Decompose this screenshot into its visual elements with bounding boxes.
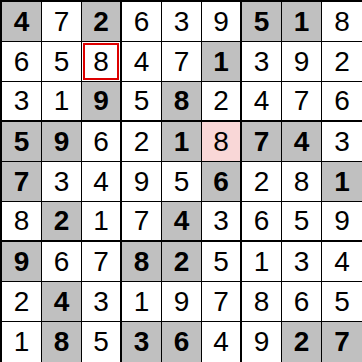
cell-r4c3[interactable]: 6 — [82, 122, 122, 162]
cell-r1c5[interactable]: 3 — [162, 2, 202, 42]
sudoku-grid: 4726395186584713923195824765962187437349… — [0, 0, 362, 362]
cell-r7c4[interactable]: 8 — [122, 242, 162, 282]
cell-r8c1[interactable]: 2 — [2, 282, 42, 322]
cell-r7c7[interactable]: 1 — [242, 242, 282, 282]
cell-r2c4[interactable]: 4 — [122, 42, 162, 82]
cell-r4c7[interactable]: 7 — [242, 122, 282, 162]
cell-r1c3[interactable]: 2 — [82, 2, 122, 42]
cell-r9c6[interactable]: 4 — [202, 322, 242, 362]
cell-r6c4[interactable]: 7 — [122, 202, 162, 242]
cell-r5c7[interactable]: 2 — [242, 162, 282, 202]
cell-r8c8[interactable]: 6 — [282, 282, 322, 322]
cell-r7c9[interactable]: 4 — [322, 242, 362, 282]
cell-r2c2[interactable]: 5 — [42, 42, 82, 82]
cell-r3c8[interactable]: 7 — [282, 82, 322, 122]
cell-r4c8[interactable]: 4 — [282, 122, 322, 162]
cell-r1c7[interactable]: 5 — [242, 2, 282, 42]
cell-r9c7[interactable]: 9 — [242, 322, 282, 362]
cell-r3c3[interactable]: 9 — [82, 82, 122, 122]
cell-r5c1[interactable]: 7 — [2, 162, 42, 202]
cell-r7c8[interactable]: 3 — [282, 242, 322, 282]
cell-r7c1[interactable]: 9 — [2, 242, 42, 282]
cell-r4c6[interactable]: 8 — [202, 122, 242, 162]
cell-r9c4[interactable]: 3 — [122, 322, 162, 362]
cell-r7c6[interactable]: 5 — [202, 242, 242, 282]
cell-r9c3[interactable]: 5 — [82, 322, 122, 362]
cell-r6c3[interactable]: 1 — [82, 202, 122, 242]
cell-r9c5[interactable]: 6 — [162, 322, 202, 362]
cell-r3c6[interactable]: 2 — [202, 82, 242, 122]
cell-r6c9[interactable]: 9 — [322, 202, 362, 242]
cell-r4c9[interactable]: 3 — [322, 122, 362, 162]
cell-r3c1[interactable]: 3 — [2, 82, 42, 122]
cell-r4c5[interactable]: 1 — [162, 122, 202, 162]
cell-r8c7[interactable]: 8 — [242, 282, 282, 322]
cell-r3c9[interactable]: 6 — [322, 82, 362, 122]
cell-r1c4[interactable]: 6 — [122, 2, 162, 42]
cell-r7c3[interactable]: 7 — [82, 242, 122, 282]
cell-r2c6[interactable]: 1 — [202, 42, 242, 82]
cell-r8c5[interactable]: 9 — [162, 282, 202, 322]
cell-r1c2[interactable]: 7 — [42, 2, 82, 42]
cell-r9c8[interactable]: 2 — [282, 322, 322, 362]
cell-r7c5[interactable]: 2 — [162, 242, 202, 282]
cell-r5c6[interactable]: 6 — [202, 162, 242, 202]
cell-r2c1[interactable]: 6 — [2, 42, 42, 82]
cell-r5c4[interactable]: 9 — [122, 162, 162, 202]
cell-r2c5[interactable]: 7 — [162, 42, 202, 82]
cell-r1c9[interactable]: 8 — [322, 2, 362, 42]
cell-r8c3[interactable]: 3 — [82, 282, 122, 322]
cell-r5c5[interactable]: 5 — [162, 162, 202, 202]
cell-r6c1[interactable]: 8 — [2, 202, 42, 242]
cell-r2c8[interactable]: 9 — [282, 42, 322, 82]
cell-r2c3[interactable]: 8 — [82, 42, 122, 82]
cell-r5c2[interactable]: 3 — [42, 162, 82, 202]
cell-r4c2[interactable]: 9 — [42, 122, 82, 162]
cell-r8c9[interactable]: 5 — [322, 282, 362, 322]
cell-r5c9[interactable]: 1 — [322, 162, 362, 202]
cell-r1c8[interactable]: 1 — [282, 2, 322, 42]
cell-r4c4[interactable]: 2 — [122, 122, 162, 162]
cell-r9c2[interactable]: 8 — [42, 322, 82, 362]
cell-r3c4[interactable]: 5 — [122, 82, 162, 122]
cell-r4c1[interactable]: 5 — [2, 122, 42, 162]
cell-r6c5[interactable]: 4 — [162, 202, 202, 242]
cell-r5c8[interactable]: 8 — [282, 162, 322, 202]
cell-r9c1[interactable]: 1 — [2, 322, 42, 362]
cell-r6c2[interactable]: 2 — [42, 202, 82, 242]
cell-r2c9[interactable]: 2 — [322, 42, 362, 82]
cell-r5c3[interactable]: 4 — [82, 162, 122, 202]
cell-r6c8[interactable]: 5 — [282, 202, 322, 242]
cell-r3c5[interactable]: 8 — [162, 82, 202, 122]
cell-r9c9[interactable]: 7 — [322, 322, 362, 362]
cell-r3c7[interactable]: 4 — [242, 82, 282, 122]
cell-r6c7[interactable]: 6 — [242, 202, 282, 242]
cell-r1c1[interactable]: 4 — [2, 2, 42, 42]
cell-r6c6[interactable]: 3 — [202, 202, 242, 242]
cell-r8c6[interactable]: 7 — [202, 282, 242, 322]
cell-r7c2[interactable]: 6 — [42, 242, 82, 282]
cell-r8c2[interactable]: 4 — [42, 282, 82, 322]
cell-r3c2[interactable]: 1 — [42, 82, 82, 122]
cell-r1c6[interactable]: 9 — [202, 2, 242, 42]
cell-r2c7[interactable]: 3 — [242, 42, 282, 82]
cell-r8c4[interactable]: 1 — [122, 282, 162, 322]
